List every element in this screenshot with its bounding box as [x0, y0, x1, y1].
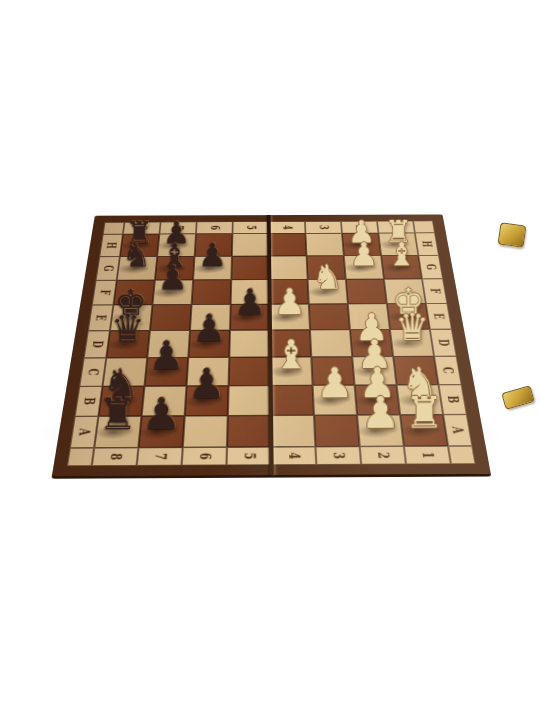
- rank-label-1: 1: [404, 446, 451, 464]
- piece-black-rook-a8[interactable]: ♜: [98, 392, 137, 436]
- rank-label-5: 5: [227, 447, 272, 465]
- file-label-D: D: [430, 329, 457, 356]
- rank-label-4: 4: [271, 447, 316, 465]
- square-b3[interactable]: ♟: [313, 385, 357, 415]
- square-a2[interactable]: ♟: [357, 415, 404, 447]
- piece-white-pawn-b3[interactable]: ♟: [316, 362, 353, 404]
- chess-board: 87654321H♜♟♟♜HG♞♝♟♟♝GF♟♞FE♚♟♟♚ED♛♟♟♛DC♟♝…: [52, 214, 491, 476]
- piece-black-pawn-e5[interactable]: ♟: [234, 284, 266, 320]
- square-g8[interactable]: ♞: [117, 256, 158, 280]
- rank-label-3: 3: [315, 446, 361, 464]
- square-h3[interactable]: [305, 233, 343, 256]
- rank-label-6: 6: [182, 447, 227, 465]
- square-a6[interactable]: [183, 416, 228, 448]
- piece-white-pawn-e4[interactable]: ♟: [274, 284, 306, 320]
- file-label-F: F: [92, 280, 117, 305]
- square-c4[interactable]: ♝: [270, 357, 312, 386]
- piece-white-pawn-a2[interactable]: ♟: [361, 390, 400, 434]
- square-g2[interactable]: ♟: [344, 256, 384, 280]
- file-label-G: G: [418, 255, 443, 279]
- square-g5[interactable]: [231, 256, 269, 280]
- square-a5[interactable]: [227, 415, 271, 447]
- square-e3[interactable]: [309, 304, 350, 330]
- square-f6[interactable]: [192, 280, 232, 305]
- piece-white-bishop-c4[interactable]: ♝: [273, 335, 309, 375]
- rank-label-4: 4: [269, 221, 306, 233]
- file-label-D: D: [84, 331, 110, 358]
- rank-label-2: 2: [360, 446, 406, 464]
- square-d3[interactable]: [310, 330, 352, 357]
- square-g6[interactable]: ♟: [193, 256, 232, 280]
- file-label-H: H: [415, 233, 439, 256]
- frame-corner: [413, 221, 435, 233]
- chess-scene: 87654321H♜♟♟♜HG♞♝♟♟♝GF♟♞FE♚♟♟♚ED♛♟♟♛DC♟♝…: [76, 136, 464, 524]
- square-e7[interactable]: [150, 305, 192, 331]
- piece-black-knight-g8[interactable]: ♞: [122, 239, 151, 271]
- piece-black-pawn-d6[interactable]: ♟: [192, 309, 226, 347]
- file-label-E: E: [426, 303, 452, 329]
- square-a1[interactable]: ♜: [400, 415, 448, 447]
- piece-white-pawn-g2[interactable]: ♟: [349, 238, 378, 270]
- piece-black-queen-d8[interactable]: ♛: [111, 310, 145, 348]
- piece-white-bishop-g1[interactable]: ♝: [387, 238, 416, 270]
- square-a8[interactable]: ♜: [94, 416, 141, 448]
- square-a7[interactable]: ♟: [138, 416, 184, 448]
- square-e5[interactable]: ♟: [230, 304, 270, 330]
- square-f7[interactable]: ♟: [152, 280, 193, 305]
- square-d8[interactable]: ♛: [106, 331, 150, 358]
- square-d1[interactable]: ♛: [390, 329, 434, 356]
- rank-label-6: 6: [196, 222, 233, 234]
- piece-white-rook-a1[interactable]: ♜: [405, 390, 444, 434]
- square-e4[interactable]: ♟: [270, 304, 310, 330]
- rank-label-8: 8: [92, 448, 139, 466]
- square-d5[interactable]: [229, 330, 270, 357]
- file-label-F: F: [422, 279, 447, 304]
- piece-black-pawn-b6[interactable]: ♟: [188, 362, 225, 404]
- square-g4[interactable]: [269, 256, 307, 280]
- gold-clasp-icon: [498, 222, 527, 247]
- square-c5[interactable]: [229, 357, 271, 386]
- square-b4[interactable]: [271, 385, 314, 415]
- square-a4[interactable]: [271, 415, 316, 447]
- gold-hinge-icon: [501, 385, 535, 410]
- frame-corner: [67, 448, 94, 466]
- square-b6[interactable]: ♟: [185, 386, 229, 416]
- square-a3[interactable]: [314, 415, 360, 447]
- rank-label-7: 7: [137, 447, 183, 465]
- piece-white-queen-d1[interactable]: ♛: [395, 308, 429, 346]
- piece-white-knight-f3[interactable]: ♞: [312, 260, 342, 294]
- square-f3[interactable]: ♞: [308, 279, 348, 304]
- file-label-A: A: [443, 414, 472, 446]
- square-g1[interactable]: ♝: [381, 255, 422, 279]
- square-b5[interactable]: [228, 386, 271, 416]
- square-f2[interactable]: [346, 279, 387, 304]
- piece-black-pawn-a7[interactable]: ♟: [142, 391, 181, 435]
- piece-black-pawn-c7[interactable]: ♟: [148, 335, 184, 375]
- frame-corner: [448, 446, 475, 464]
- rank-label-3: 3: [305, 221, 342, 233]
- rank-label-5: 5: [232, 222, 269, 234]
- square-c7[interactable]: ♟: [144, 357, 188, 386]
- square-d6[interactable]: ♟: [188, 330, 230, 357]
- piece-black-pawn-f7[interactable]: ♟: [157, 261, 188, 295]
- square-h5[interactable]: [232, 234, 269, 257]
- frame-corner: [103, 222, 125, 234]
- piece-black-pawn-g6[interactable]: ♟: [198, 238, 227, 270]
- square-h4[interactable]: [269, 233, 307, 256]
